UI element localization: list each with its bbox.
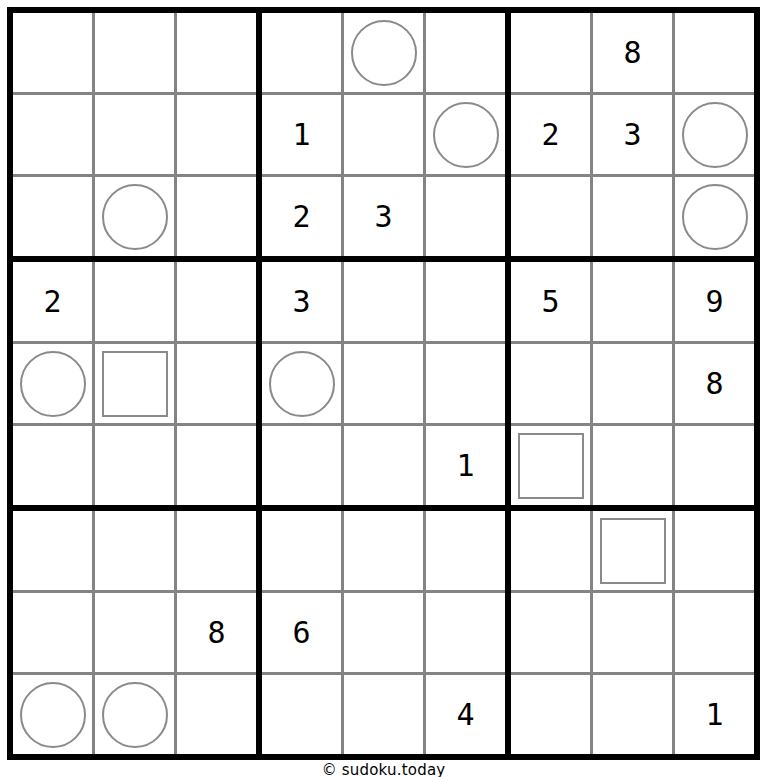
cell-r6c7[interactable] — [511, 426, 590, 505]
cell-r6c9[interactable] — [675, 426, 754, 505]
cell-r6c4[interactable] — [262, 426, 341, 505]
cell-r7c8[interactable] — [593, 511, 672, 590]
cell-r2c3[interactable] — [177, 95, 256, 174]
cell-r9c3[interactable] — [177, 675, 256, 754]
box-r3c2: 64 — [262, 511, 505, 754]
cell-r1c9[interactable] — [675, 13, 754, 92]
cell-r7c1[interactable] — [13, 511, 92, 590]
cell-r6c8[interactable] — [593, 426, 672, 505]
cell-r8c4[interactable]: 6 — [262, 593, 341, 672]
cell-r4c1[interactable]: 2 — [13, 262, 92, 341]
cell-r2c1[interactable] — [13, 95, 92, 174]
cell-r6c1[interactable] — [13, 426, 92, 505]
given-digit: 9 — [705, 287, 723, 317]
cell-r5c1[interactable] — [13, 344, 92, 423]
odd-circle-marker — [102, 682, 168, 748]
cell-r7c3[interactable] — [177, 511, 256, 590]
cell-r4c3[interactable] — [177, 262, 256, 341]
box-r2c2: 31 — [262, 262, 505, 505]
cell-r5c4[interactable] — [262, 344, 341, 423]
cell-r6c5[interactable] — [344, 426, 423, 505]
cell-r1c2[interactable] — [95, 13, 174, 92]
cell-r3c8[interactable] — [593, 177, 672, 256]
cell-r2c7[interactable]: 2 — [511, 95, 590, 174]
cell-r1c7[interactable] — [511, 13, 590, 92]
cell-r1c8[interactable]: 8 — [593, 13, 672, 92]
cell-r8c1[interactable] — [13, 593, 92, 672]
sudoku-board: 123 823 2 31 598 8 64 1 — [7, 7, 760, 760]
site-credit: © sudoku.today — [322, 761, 446, 777]
cell-r8c9[interactable] — [675, 593, 754, 672]
given-digit: 5 — [541, 287, 559, 317]
cell-r4c2[interactable] — [95, 262, 174, 341]
even-square-marker — [518, 433, 584, 499]
cell-r6c6[interactable]: 1 — [426, 426, 505, 505]
given-digit: 8 — [705, 369, 723, 399]
cell-r7c6[interactable] — [426, 511, 505, 590]
cell-r3c3[interactable] — [177, 177, 256, 256]
given-digit: 4 — [456, 700, 474, 730]
cell-r7c5[interactable] — [344, 511, 423, 590]
given-digit: 1 — [705, 700, 723, 730]
cell-r7c7[interactable] — [511, 511, 590, 590]
cell-r3c6[interactable] — [426, 177, 505, 256]
cell-r4c9[interactable]: 9 — [675, 262, 754, 341]
box-r3c3: 1 — [511, 511, 754, 754]
odd-circle-marker — [20, 682, 86, 748]
cell-r3c4[interactable]: 2 — [262, 177, 341, 256]
odd-circle-marker — [102, 184, 168, 250]
given-digit: 2 — [541, 120, 559, 150]
cell-r5c2[interactable] — [95, 344, 174, 423]
cell-r7c2[interactable] — [95, 511, 174, 590]
cell-r5c6[interactable] — [426, 344, 505, 423]
cell-r5c5[interactable] — [344, 344, 423, 423]
cell-r4c7[interactable]: 5 — [511, 262, 590, 341]
cell-r2c4[interactable]: 1 — [262, 95, 341, 174]
cell-r9c8[interactable] — [593, 675, 672, 754]
cell-r5c9[interactable]: 8 — [675, 344, 754, 423]
cell-r9c1[interactable] — [13, 675, 92, 754]
cell-r3c7[interactable] — [511, 177, 590, 256]
cell-r3c2[interactable] — [95, 177, 174, 256]
even-square-marker — [102, 351, 168, 417]
cell-r8c8[interactable] — [593, 593, 672, 672]
sudoku-page: 123 823 2 31 598 8 64 1 © sudoku.today — [0, 0, 767, 777]
cell-r2c5[interactable] — [344, 95, 423, 174]
cell-r1c4[interactable] — [262, 13, 341, 92]
cell-r6c3[interactable] — [177, 426, 256, 505]
cell-r9c5[interactable] — [344, 675, 423, 754]
cell-r2c6[interactable] — [426, 95, 505, 174]
cell-r1c5[interactable] — [344, 13, 423, 92]
given-digit: 2 — [292, 202, 310, 232]
cell-r9c7[interactable] — [511, 675, 590, 754]
given-digit: 8 — [207, 618, 225, 648]
cell-r8c6[interactable] — [426, 593, 505, 672]
cell-r8c2[interactable] — [95, 593, 174, 672]
cell-r6c2[interactable] — [95, 426, 174, 505]
cell-r8c5[interactable] — [344, 593, 423, 672]
cell-r1c6[interactable] — [426, 13, 505, 92]
cell-r2c2[interactable] — [95, 95, 174, 174]
given-digit: 1 — [292, 120, 310, 150]
cell-r4c8[interactable] — [593, 262, 672, 341]
cell-r9c2[interactable] — [95, 675, 174, 754]
cell-r4c4[interactable]: 3 — [262, 262, 341, 341]
given-digit: 3 — [374, 202, 392, 232]
given-digit: 2 — [43, 287, 61, 317]
cell-r3c5[interactable]: 3 — [344, 177, 423, 256]
cell-r8c7[interactable] — [511, 593, 590, 672]
box-r1c3: 823 — [511, 13, 754, 256]
cell-r9c6[interactable]: 4 — [426, 675, 505, 754]
odd-circle-marker — [20, 351, 86, 417]
cell-r3c9[interactable] — [675, 177, 754, 256]
cell-r3c1[interactable] — [13, 177, 92, 256]
odd-circle-marker — [351, 20, 417, 86]
odd-circle-marker — [433, 102, 499, 168]
box-r1c2: 123 — [262, 13, 505, 256]
box-r1c1 — [13, 13, 256, 256]
cell-r2c9[interactable] — [675, 95, 754, 174]
cell-r9c4[interactable] — [262, 675, 341, 754]
given-digit: 1 — [456, 451, 474, 481]
cell-r8c3[interactable]: 8 — [177, 593, 256, 672]
cell-r7c9[interactable] — [675, 511, 754, 590]
cell-r5c8[interactable] — [593, 344, 672, 423]
odd-circle-marker — [682, 184, 748, 250]
cell-r7c4[interactable] — [262, 511, 341, 590]
cell-r4c5[interactable] — [344, 262, 423, 341]
even-square-marker — [600, 518, 666, 584]
cell-r1c1[interactable] — [13, 13, 92, 92]
odd-circle-marker — [682, 102, 748, 168]
cell-r1c3[interactable] — [177, 13, 256, 92]
box-r2c1: 2 — [13, 262, 256, 505]
box-r2c3: 598 — [511, 262, 754, 505]
given-digit: 3 — [623, 120, 641, 150]
given-digit: 8 — [623, 38, 641, 68]
cell-r4c6[interactable] — [426, 262, 505, 341]
given-digit: 6 — [292, 618, 310, 648]
cell-r5c7[interactable] — [511, 344, 590, 423]
cell-r2c8[interactable]: 3 — [593, 95, 672, 174]
box-r3c1: 8 — [13, 511, 256, 754]
given-digit: 3 — [292, 287, 310, 317]
cell-r9c9[interactable]: 1 — [675, 675, 754, 754]
odd-circle-marker — [269, 351, 335, 417]
cell-r5c3[interactable] — [177, 344, 256, 423]
